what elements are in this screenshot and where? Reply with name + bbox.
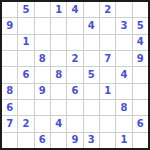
- sudoku-cell-r6c1[interactable]: 8: [2, 84, 17, 99]
- sudoku-cell-r9c5[interactable]: 9: [67, 133, 82, 148]
- sudoku-cell-r3c6[interactable]: [84, 35, 99, 50]
- sudoku-cell-r6c4[interactable]: [51, 84, 66, 99]
- sudoku-cell-r9c1[interactable]: [2, 133, 17, 148]
- sudoku-cell-r5c3[interactable]: [35, 67, 50, 82]
- sudoku-cell-r8c8[interactable]: [116, 116, 131, 131]
- sudoku-cell-r8c9[interactable]: 6: [133, 116, 148, 131]
- given-digit: 1: [121, 135, 128, 145]
- sudoku-cell-r8c3[interactable]: [35, 116, 50, 131]
- sudoku-cell-r4c9[interactable]: 9: [133, 51, 148, 66]
- sudoku-cell-r3c2[interactable]: 1: [18, 35, 33, 50]
- sudoku-cell-r6c8[interactable]: [116, 84, 131, 99]
- sudoku-cell-r1c8[interactable]: [116, 2, 131, 17]
- sudoku-cell-r7c3[interactable]: [35, 100, 50, 115]
- sudoku-cell-r9c8[interactable]: 1: [116, 133, 131, 148]
- sudoku-cell-r4c8[interactable]: [116, 51, 131, 66]
- sudoku-cell-r7c4[interactable]: [51, 100, 66, 115]
- sudoku-cell-r8c4[interactable]: 4: [51, 116, 66, 131]
- sudoku-cell-r7c6[interactable]: [84, 100, 99, 115]
- given-digit: 2: [72, 54, 79, 64]
- sudoku-cell-r3c7[interactable]: [100, 35, 115, 50]
- given-digit: 4: [72, 5, 79, 15]
- given-digit: 8: [55, 70, 62, 80]
- sudoku-cell-r2c9[interactable]: 5: [133, 18, 148, 33]
- sudoku-cell-r8c1[interactable]: 7: [2, 116, 17, 131]
- given-digit: 1: [23, 37, 30, 47]
- sudoku-cell-r3c4[interactable]: [51, 35, 66, 50]
- sudoku-cell-r7c5[interactable]: [67, 100, 82, 115]
- given-digit: 7: [104, 54, 111, 64]
- sudoku-cell-r5c8[interactable]: 4: [116, 67, 131, 82]
- sudoku-cell-r2c7[interactable]: [100, 18, 115, 33]
- sudoku-cell-r5c9[interactable]: [133, 67, 148, 82]
- given-digit: 6: [23, 70, 30, 80]
- sudoku-cell-r1c4[interactable]: 1: [51, 2, 66, 17]
- given-digit: 1: [55, 5, 62, 15]
- sudoku-cell-r6c3[interactable]: 9: [35, 84, 50, 99]
- sudoku-cell-r9c7[interactable]: [100, 133, 115, 148]
- sudoku-cell-r4c7[interactable]: 7: [100, 51, 115, 66]
- sudoku-cell-r7c2[interactable]: [18, 100, 33, 115]
- given-digit: 6: [72, 86, 79, 96]
- sudoku-cell-r7c1[interactable]: 6: [2, 100, 17, 115]
- sudoku-cell-r5c5[interactable]: [67, 67, 82, 82]
- sudoku-cell-r7c8[interactable]: 8: [116, 100, 131, 115]
- sudoku-cell-r6c9[interactable]: [133, 84, 148, 99]
- sudoku-cell-r8c7[interactable]: [100, 116, 115, 131]
- given-digit: 1: [104, 86, 111, 96]
- sudoku-cell-r8c5[interactable]: [67, 116, 82, 131]
- sudoku-cell-r2c4[interactable]: [51, 18, 66, 33]
- given-digit: 4: [88, 21, 95, 31]
- given-digit: 2: [104, 5, 111, 15]
- given-digit: 5: [137, 21, 144, 31]
- sudoku-cell-r2c6[interactable]: 4: [84, 18, 99, 33]
- given-digit: 2: [23, 119, 30, 129]
- given-digit: 6: [39, 135, 46, 145]
- sudoku-cell-r5c6[interactable]: 5: [84, 67, 99, 82]
- sudoku-cell-r6c6[interactable]: [84, 84, 99, 99]
- given-digit: 9: [72, 135, 79, 145]
- given-digit: 9: [39, 86, 46, 96]
- sudoku-cell-r3c8[interactable]: [116, 35, 131, 50]
- sudoku-cell-r9c9[interactable]: [133, 133, 148, 148]
- sudoku-cell-r5c1[interactable]: [2, 67, 17, 82]
- sudoku-cell-r5c7[interactable]: [100, 67, 115, 82]
- given-digit: 9: [6, 21, 13, 31]
- sudoku-cell-r6c2[interactable]: [18, 84, 33, 99]
- sudoku-cell-r7c7[interactable]: [100, 100, 115, 115]
- given-digit: 3: [88, 135, 95, 145]
- given-digit: 5: [23, 5, 30, 15]
- sudoku-cell-r4c6[interactable]: [84, 51, 99, 66]
- given-digit: 6: [137, 119, 144, 129]
- sudoku-cell-r3c5[interactable]: [67, 35, 82, 50]
- given-digit: 6: [6, 103, 13, 113]
- sudoku-cell-r1c5[interactable]: 4: [67, 2, 82, 17]
- given-digit: 9: [137, 54, 144, 64]
- sudoku-cell-r5c2[interactable]: 6: [18, 67, 33, 82]
- sudoku-cell-r2c8[interactable]: 3: [116, 18, 131, 33]
- sudoku-board: 51429435148279685489616872466931: [0, 0, 150, 150]
- sudoku-cell-r2c1[interactable]: 9: [2, 18, 17, 33]
- sudoku-cell-r6c5[interactable]: 6: [67, 84, 82, 99]
- sudoku-cell-r3c9[interactable]: 4: [133, 35, 148, 50]
- sudoku-cell-r6c7[interactable]: 1: [100, 84, 115, 99]
- sudoku-cell-r9c4[interactable]: [51, 133, 66, 148]
- given-digit: 7: [6, 119, 13, 129]
- given-digit: 4: [55, 119, 62, 129]
- sudoku-cell-r4c3[interactable]: 8: [35, 51, 50, 66]
- given-digit: 8: [121, 103, 128, 113]
- given-digit: 8: [6, 86, 13, 96]
- sudoku-cell-r1c1[interactable]: [2, 2, 17, 17]
- sudoku-cell-r9c2[interactable]: [18, 133, 33, 148]
- sudoku-cell-r3c1[interactable]: [2, 35, 17, 50]
- given-digit: 3: [121, 21, 128, 31]
- sudoku-cell-r3c3[interactable]: [35, 35, 50, 50]
- sudoku-cell-r8c2[interactable]: 2: [18, 116, 33, 131]
- sudoku-cell-r1c6[interactable]: [84, 2, 99, 17]
- sudoku-cell-r4c2[interactable]: [18, 51, 33, 66]
- sudoku-cell-r2c3[interactable]: [35, 18, 50, 33]
- sudoku-cell-r4c4[interactable]: [51, 51, 66, 66]
- sudoku-cell-r8c6[interactable]: [84, 116, 99, 131]
- sudoku-cell-r9c3[interactable]: 6: [35, 133, 50, 148]
- sudoku-cell-r1c9[interactable]: [133, 2, 148, 17]
- given-digit: 8: [39, 54, 46, 64]
- given-digit: 5: [88, 70, 95, 80]
- sudoku-cell-r5c4[interactable]: 8: [51, 67, 66, 82]
- given-digit: 4: [137, 37, 144, 47]
- sudoku-cell-r7c9[interactable]: [133, 100, 148, 115]
- sudoku-cell-r9c6[interactable]: 3: [84, 133, 99, 148]
- sudoku-cell-r4c5[interactable]: 2: [67, 51, 82, 66]
- sudoku-cell-r2c5[interactable]: [67, 18, 82, 33]
- sudoku-cell-r4c1[interactable]: [2, 51, 17, 66]
- sudoku-cell-r1c2[interactable]: 5: [18, 2, 33, 17]
- sudoku-cell-r1c7[interactable]: 2: [100, 2, 115, 17]
- given-digit: 4: [121, 70, 128, 80]
- sudoku-cell-r2c2[interactable]: [18, 18, 33, 33]
- sudoku-cell-r1c3[interactable]: [35, 2, 50, 17]
